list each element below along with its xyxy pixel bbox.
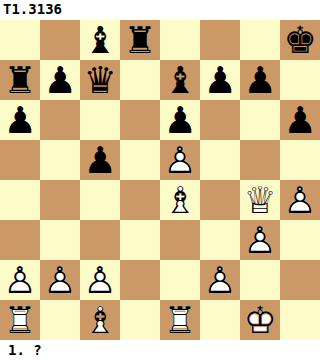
black-pawn: ♟ <box>40 60 80 100</box>
square-d5[interactable] <box>120 140 160 180</box>
piece-outline: ♙ <box>280 180 320 220</box>
square-h8[interactable]: ♚ <box>280 20 320 60</box>
piece-outline: ♗ <box>160 180 200 220</box>
puzzle-title: T1.3136 <box>0 0 320 20</box>
black-pawn: ♟ <box>280 100 320 140</box>
square-f7[interactable]: ♟ <box>200 60 240 100</box>
square-c3[interactable] <box>80 220 120 260</box>
square-h4[interactable]: ♟♙ <box>280 180 320 220</box>
white-pawn: ♟♙ <box>280 180 320 220</box>
white-pawn: ♟♙ <box>200 260 240 300</box>
black-rook: ♜ <box>120 20 160 60</box>
square-a2[interactable]: ♟♙ <box>0 260 40 300</box>
square-f6[interactable] <box>200 100 240 140</box>
square-b5[interactable] <box>40 140 80 180</box>
square-d4[interactable] <box>120 180 160 220</box>
square-b7[interactable]: ♟ <box>40 60 80 100</box>
square-d3[interactable] <box>120 220 160 260</box>
black-queen: ♛ <box>80 60 120 100</box>
square-d8[interactable]: ♜ <box>120 20 160 60</box>
black-pawn: ♟ <box>0 100 40 140</box>
square-a1[interactable]: ♜♖ <box>0 300 40 340</box>
square-e1[interactable]: ♜♖ <box>160 300 200 340</box>
black-king: ♚ <box>280 20 320 60</box>
white-pawn: ♟♙ <box>240 220 280 260</box>
square-b2[interactable]: ♟♙ <box>40 260 80 300</box>
square-a5[interactable] <box>0 140 40 180</box>
square-a7[interactable]: ♜ <box>0 60 40 100</box>
square-f1[interactable] <box>200 300 240 340</box>
square-b1[interactable] <box>40 300 80 340</box>
square-g7[interactable]: ♟ <box>240 60 280 100</box>
square-c5[interactable]: ♟ <box>80 140 120 180</box>
white-rook: ♜♖ <box>0 300 40 340</box>
square-f8[interactable] <box>200 20 240 60</box>
white-queen: ♛♕ <box>240 180 280 220</box>
square-f3[interactable] <box>200 220 240 260</box>
white-pawn: ♟♙ <box>40 260 80 300</box>
square-e3[interactable] <box>160 220 200 260</box>
square-e5[interactable]: ♟♙ <box>160 140 200 180</box>
piece-outline: ♙ <box>80 260 120 300</box>
piece-outline: ♙ <box>240 220 280 260</box>
square-d6[interactable] <box>120 100 160 140</box>
square-g8[interactable] <box>240 20 280 60</box>
white-pawn: ♟♙ <box>160 140 200 180</box>
move-prompt: 1. ? <box>0 340 320 360</box>
piece-outline: ♙ <box>0 260 40 300</box>
black-pawn: ♟ <box>200 60 240 100</box>
square-g2[interactable] <box>240 260 280 300</box>
square-f5[interactable] <box>200 140 240 180</box>
square-f2[interactable]: ♟♙ <box>200 260 240 300</box>
square-h5[interactable] <box>280 140 320 180</box>
square-e6[interactable]: ♟ <box>160 100 200 140</box>
square-c4[interactable] <box>80 180 120 220</box>
square-c8[interactable]: ♝ <box>80 20 120 60</box>
square-e7[interactable]: ♝ <box>160 60 200 100</box>
black-bishop: ♝ <box>160 60 200 100</box>
white-pawn: ♟♙ <box>0 260 40 300</box>
piece-outline: ♖ <box>0 300 40 340</box>
square-g4[interactable]: ♛♕ <box>240 180 280 220</box>
chess-board: ♝♜♚♜♟♛♝♟♟♟♟♟♟♟♙♝♗♛♕♟♙♟♙♟♙♟♙♟♙♟♙♜♖♝♗♜♖♚♔ <box>0 20 320 340</box>
square-a6[interactable]: ♟ <box>0 100 40 140</box>
white-king: ♚♔ <box>240 300 280 340</box>
white-bishop: ♝♗ <box>160 180 200 220</box>
square-h1[interactable] <box>280 300 320 340</box>
piece-outline: ♙ <box>160 140 200 180</box>
square-b3[interactable] <box>40 220 80 260</box>
square-h7[interactable] <box>280 60 320 100</box>
white-pawn: ♟♙ <box>80 260 120 300</box>
square-a3[interactable] <box>0 220 40 260</box>
square-e4[interactable]: ♝♗ <box>160 180 200 220</box>
square-f4[interactable] <box>200 180 240 220</box>
square-b6[interactable] <box>40 100 80 140</box>
square-a4[interactable] <box>0 180 40 220</box>
piece-outline: ♙ <box>40 260 80 300</box>
square-g5[interactable] <box>240 140 280 180</box>
white-rook: ♜♖ <box>160 300 200 340</box>
square-d2[interactable] <box>120 260 160 300</box>
square-g6[interactable] <box>240 100 280 140</box>
square-c1[interactable]: ♝♗ <box>80 300 120 340</box>
square-g1[interactable]: ♚♔ <box>240 300 280 340</box>
black-rook: ♜ <box>0 60 40 100</box>
square-c6[interactable] <box>80 100 120 140</box>
square-b8[interactable] <box>40 20 80 60</box>
square-d7[interactable] <box>120 60 160 100</box>
black-pawn: ♟ <box>240 60 280 100</box>
square-c7[interactable]: ♛ <box>80 60 120 100</box>
square-e2[interactable] <box>160 260 200 300</box>
square-h2[interactable] <box>280 260 320 300</box>
piece-outline: ♔ <box>240 300 280 340</box>
piece-outline: ♖ <box>160 300 200 340</box>
piece-outline: ♕ <box>240 180 280 220</box>
square-g3[interactable]: ♟♙ <box>240 220 280 260</box>
square-c2[interactable]: ♟♙ <box>80 260 120 300</box>
square-a8[interactable] <box>0 20 40 60</box>
white-bishop: ♝♗ <box>80 300 120 340</box>
square-d1[interactable] <box>120 300 160 340</box>
black-pawn: ♟ <box>80 140 120 180</box>
chess-puzzle-page: T1.3136 ♝♜♚♜♟♛♝♟♟♟♟♟♟♟♙♝♗♛♕♟♙♟♙♟♙♟♙♟♙♟♙♜… <box>0 0 320 360</box>
square-e8[interactable] <box>160 20 200 60</box>
square-b4[interactable] <box>40 180 80 220</box>
square-h3[interactable] <box>280 220 320 260</box>
piece-outline: ♙ <box>200 260 240 300</box>
square-h6[interactable]: ♟ <box>280 100 320 140</box>
black-bishop: ♝ <box>80 20 120 60</box>
black-pawn: ♟ <box>160 100 200 140</box>
piece-outline: ♗ <box>80 300 120 340</box>
